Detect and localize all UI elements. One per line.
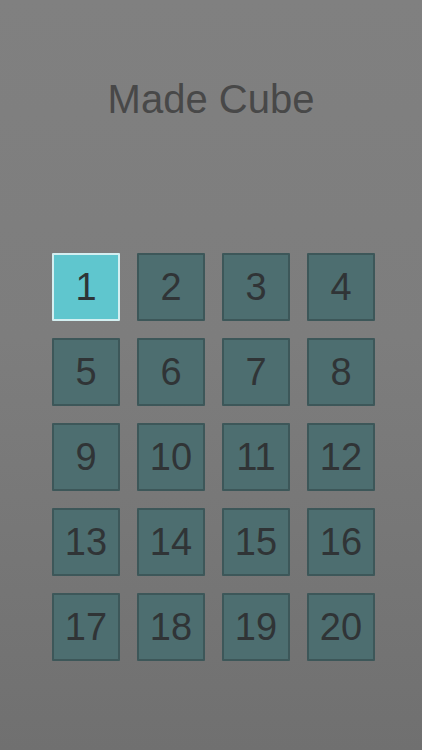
tile-grid: 1 2 3 4 5 6 7 8 9 10 11 12 13 14 15 16 1… <box>52 253 375 661</box>
tile-5[interactable]: 5 <box>52 338 120 406</box>
tile-9[interactable]: 9 <box>52 423 120 491</box>
tile-12[interactable]: 12 <box>307 423 375 491</box>
tile-8[interactable]: 8 <box>307 338 375 406</box>
tile-4[interactable]: 4 <box>307 253 375 321</box>
tile-20[interactable]: 20 <box>307 593 375 661</box>
tile-13[interactable]: 13 <box>52 508 120 576</box>
tile-19[interactable]: 19 <box>222 593 290 661</box>
tile-11[interactable]: 11 <box>222 423 290 491</box>
tile-18[interactable]: 18 <box>137 593 205 661</box>
page-title: Made Cube <box>0 76 422 122</box>
tile-14[interactable]: 14 <box>137 508 205 576</box>
tile-2[interactable]: 2 <box>137 253 205 321</box>
tile-1[interactable]: 1 <box>52 253 120 321</box>
tile-3[interactable]: 3 <box>222 253 290 321</box>
tile-7[interactable]: 7 <box>222 338 290 406</box>
tile-15[interactable]: 15 <box>222 508 290 576</box>
app-screen: Made Cube 1 2 3 4 5 6 7 8 9 10 11 12 13 … <box>0 0 422 750</box>
tile-16[interactable]: 16 <box>307 508 375 576</box>
tile-17[interactable]: 17 <box>52 593 120 661</box>
tile-10[interactable]: 10 <box>137 423 205 491</box>
tile-6[interactable]: 6 <box>137 338 205 406</box>
